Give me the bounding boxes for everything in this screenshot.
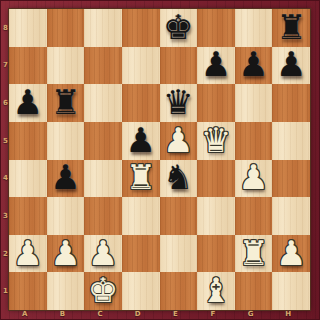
chess-board-frame: ♚♜♟♟♟♟♜♛♟♟♛♟♜♞♟♟♟♟♜♟♚♝ 87654321 ABCDEFGH <box>0 0 320 320</box>
square-b1[interactable] <box>47 272 85 310</box>
rank-label-text: 5 <box>3 137 8 145</box>
square-f2[interactable] <box>197 235 235 273</box>
rank-label-7: 7 <box>1 47 10 85</box>
square-h3[interactable] <box>272 197 310 235</box>
file-label-text: F <box>211 310 216 318</box>
rank-label-8: 8 <box>1 9 10 47</box>
rank-label-text: 6 <box>3 99 8 107</box>
square-b6[interactable]: ♜ <box>47 84 85 122</box>
square-h8[interactable]: ♜ <box>272 9 310 47</box>
square-f4[interactable] <box>197 160 235 198</box>
rank-label-4: 4 <box>1 160 10 198</box>
square-e4[interactable]: ♞ <box>160 160 198 198</box>
file-label-text: H <box>285 310 291 318</box>
file-label-f: F <box>194 309 232 319</box>
piece-black-pawn[interactable]: ♟ <box>201 47 231 81</box>
rank-label-text: 3 <box>3 212 8 220</box>
square-d2[interactable] <box>122 235 160 273</box>
square-a6[interactable]: ♟ <box>9 84 47 122</box>
piece-black-knight[interactable]: ♞ <box>163 160 193 194</box>
piece-white-pawn[interactable]: ♟ <box>276 236 306 270</box>
piece-black-rook[interactable]: ♜ <box>50 85 80 119</box>
square-e1[interactable] <box>160 272 198 310</box>
square-e5[interactable]: ♟ <box>160 122 198 160</box>
square-a1[interactable] <box>9 272 47 310</box>
piece-white-bishop[interactable]: ♝ <box>201 273 231 307</box>
rank-label-text: 1 <box>3 287 8 295</box>
square-c3[interactable] <box>84 197 122 235</box>
square-h6[interactable] <box>272 84 310 122</box>
piece-black-king[interactable]: ♚ <box>163 10 193 44</box>
file-label-text: B <box>60 310 65 318</box>
file-label-b: B <box>44 309 82 319</box>
file-labels: ABCDEFGH <box>9 310 310 320</box>
file-label-g: G <box>232 309 270 319</box>
square-h5[interactable] <box>272 122 310 160</box>
piece-white-pawn[interactable]: ♟ <box>238 160 268 194</box>
square-a3[interactable] <box>9 197 47 235</box>
square-c8[interactable] <box>84 9 122 47</box>
file-label-h: H <box>269 309 307 319</box>
piece-black-pawn[interactable]: ♟ <box>50 160 80 194</box>
square-d6[interactable] <box>122 84 160 122</box>
square-b8[interactable] <box>47 9 85 47</box>
rank-labels: 87654321 <box>0 9 9 310</box>
square-c5[interactable] <box>84 122 122 160</box>
piece-black-queen[interactable]: ♛ <box>163 85 193 119</box>
piece-black-pawn[interactable]: ♟ <box>125 123 155 157</box>
rank-label-5: 5 <box>1 122 10 160</box>
piece-white-pawn[interactable]: ♟ <box>163 123 193 157</box>
rank-label-text: 7 <box>3 61 8 69</box>
rank-label-text: 8 <box>3 24 8 32</box>
square-e7[interactable] <box>160 47 198 85</box>
piece-black-pawn[interactable]: ♟ <box>238 47 268 81</box>
file-label-text: C <box>97 310 102 318</box>
square-g3[interactable] <box>235 197 273 235</box>
piece-black-rook[interactable]: ♜ <box>276 10 306 44</box>
square-d3[interactable] <box>122 197 160 235</box>
piece-white-pawn[interactable]: ♟ <box>88 236 118 270</box>
square-a4[interactable] <box>9 160 47 198</box>
square-a7[interactable] <box>9 47 47 85</box>
square-c6[interactable] <box>84 84 122 122</box>
square-d8[interactable] <box>122 9 160 47</box>
rank-label-1: 1 <box>1 272 10 310</box>
square-h1[interactable] <box>272 272 310 310</box>
square-b2[interactable]: ♟ <box>47 235 85 273</box>
square-d1[interactable] <box>122 272 160 310</box>
rank-label-text: 4 <box>3 174 8 182</box>
chess-board: ♚♜♟♟♟♟♜♛♟♟♛♟♜♞♟♟♟♟♜♟♚♝ <box>9 9 310 310</box>
file-label-a: A <box>6 309 44 319</box>
rank-label-text: 2 <box>3 250 8 258</box>
square-b7[interactable] <box>47 47 85 85</box>
piece-white-rook[interactable]: ♜ <box>125 160 155 194</box>
file-label-e: E <box>157 309 195 319</box>
square-d5[interactable]: ♟ <box>122 122 160 160</box>
square-b3[interactable] <box>47 197 85 235</box>
square-c1[interactable]: ♚ <box>84 272 122 310</box>
square-e3[interactable] <box>160 197 198 235</box>
file-label-text: E <box>173 310 178 318</box>
square-g5[interactable] <box>235 122 273 160</box>
square-a8[interactable] <box>9 9 47 47</box>
square-a2[interactable]: ♟ <box>9 235 47 273</box>
square-e2[interactable] <box>160 235 198 273</box>
square-b4[interactable]: ♟ <box>47 160 85 198</box>
square-c4[interactable] <box>84 160 122 198</box>
square-c2[interactable]: ♟ <box>84 235 122 273</box>
piece-white-pawn[interactable]: ♟ <box>50 236 80 270</box>
square-e8[interactable]: ♚ <box>160 9 198 47</box>
square-h7[interactable]: ♟ <box>272 47 310 85</box>
square-f1[interactable]: ♝ <box>197 272 235 310</box>
square-f5[interactable]: ♛ <box>197 122 235 160</box>
square-g4[interactable]: ♟ <box>235 160 273 198</box>
square-e6[interactable]: ♛ <box>160 84 198 122</box>
square-g6[interactable] <box>235 84 273 122</box>
square-g8[interactable] <box>235 9 273 47</box>
square-h4[interactable] <box>272 160 310 198</box>
square-b5[interactable] <box>47 122 85 160</box>
square-a5[interactable] <box>9 122 47 160</box>
square-f3[interactable] <box>197 197 235 235</box>
rank-label-6: 6 <box>1 84 10 122</box>
piece-white-king[interactable]: ♚ <box>88 273 118 307</box>
square-h2[interactable]: ♟ <box>272 235 310 273</box>
rank-label-2: 2 <box>1 235 10 273</box>
file-label-text: A <box>22 310 27 318</box>
piece-white-rook[interactable]: ♜ <box>238 236 268 270</box>
square-g7[interactable]: ♟ <box>235 47 273 85</box>
square-g2[interactable]: ♜ <box>235 235 273 273</box>
file-label-d: D <box>119 309 157 319</box>
piece-black-pawn[interactable]: ♟ <box>13 85 43 119</box>
piece-white-pawn[interactable]: ♟ <box>13 236 43 270</box>
square-f7[interactable]: ♟ <box>197 47 235 85</box>
square-d7[interactable] <box>122 47 160 85</box>
file-label-c: C <box>81 309 119 319</box>
square-g1[interactable] <box>235 272 273 310</box>
square-f8[interactable] <box>197 9 235 47</box>
square-d4[interactable]: ♜ <box>122 160 160 198</box>
file-label-text: D <box>135 310 141 318</box>
rank-label-3: 3 <box>1 197 10 235</box>
piece-white-queen[interactable]: ♛ <box>201 123 231 157</box>
file-label-text: G <box>248 310 254 318</box>
square-c7[interactable] <box>84 47 122 85</box>
square-f6[interactable] <box>197 84 235 122</box>
piece-black-pawn[interactable]: ♟ <box>276 47 306 81</box>
